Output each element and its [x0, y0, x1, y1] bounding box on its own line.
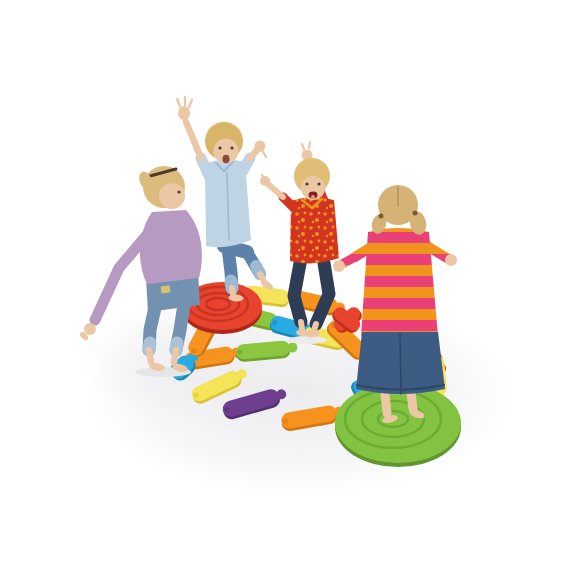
girl-left-jeans-patch [161, 285, 171, 293]
toddler-shadow [287, 336, 327, 344]
product-photo-scene [0, 0, 585, 585]
girl-left-front-shin [149, 350, 151, 362]
green-turtle-platform [335, 383, 461, 467]
girl-right-left-hand [333, 260, 345, 272]
boy-right-hand [255, 141, 266, 152]
scene-canvas [0, 0, 585, 585]
boy-left-ankle [260, 274, 264, 281]
toddler-right-leg [316, 257, 329, 324]
girl-right-skirt-seam [400, 334, 401, 394]
toddler-eye-right [317, 182, 320, 185]
girl-left-face [159, 183, 185, 209]
girl-right-right-hand [445, 254, 457, 266]
girl-left-back-shin [174, 350, 176, 362]
toddler-tongue [311, 195, 315, 199]
girl-right-hair-tie-right [413, 211, 418, 216]
boy-open-mouth [223, 155, 230, 163]
boy-left-fingers [177, 97, 192, 107]
toddler-left-leg [294, 258, 301, 322]
boy-eye-left [218, 146, 221, 149]
girl-right-left-forearm [344, 257, 355, 263]
toddler-right-fingers [302, 142, 310, 149]
girl-left-hand [84, 323, 96, 335]
toddler-left-forearm [269, 185, 283, 197]
girl-left-sweater [140, 210, 202, 284]
toddler-eye-left [305, 182, 308, 185]
boy-right-ankle [232, 288, 233, 294]
girl-left-eye [177, 190, 180, 193]
boy-left-forearm [186, 122, 201, 158]
boy-left-hand [178, 106, 190, 120]
girl-right-striped-shirt [361, 228, 438, 336]
boy-pointing-finger [262, 150, 266, 157]
girl-right-hair-tie-left [379, 214, 384, 219]
boy-eye-right [230, 146, 233, 149]
